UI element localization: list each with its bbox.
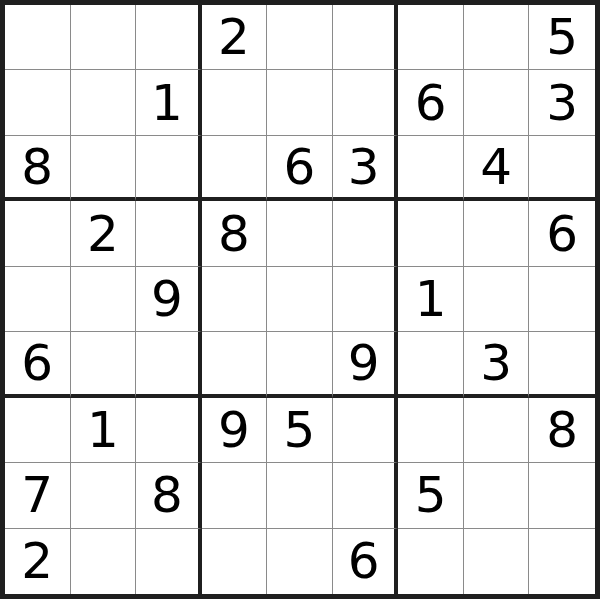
cell-r7c2: 1 <box>71 398 137 463</box>
cell-r3c8: 4 <box>464 136 530 201</box>
cell-r1c4: 2 <box>202 5 268 70</box>
cell-r3c3[interactable] <box>136 136 202 201</box>
cell-r9c3[interactable] <box>136 529 202 594</box>
cell-r3c5: 6 <box>267 136 333 201</box>
given-digit: 7 <box>21 470 53 520</box>
cell-r8c4[interactable] <box>202 463 268 528</box>
cell-r5c3: 9 <box>136 267 202 332</box>
cell-r3c1: 8 <box>5 136 71 201</box>
cell-r5c9[interactable] <box>529 267 595 332</box>
cell-r5c7: 1 <box>398 267 464 332</box>
cell-r5c6[interactable] <box>333 267 399 332</box>
given-digit: 2 <box>218 12 250 62</box>
cell-r2c2[interactable] <box>71 70 137 135</box>
cell-r3c7[interactable] <box>398 136 464 201</box>
given-digit: 5 <box>284 405 316 455</box>
cell-r2c1[interactable] <box>5 70 71 135</box>
cell-r6c4[interactable] <box>202 332 268 397</box>
sudoku-page: 25163863428691693195878526 <box>0 0 600 599</box>
given-digit: 9 <box>151 274 183 324</box>
cell-r8c8[interactable] <box>464 463 530 528</box>
cell-r7c8[interactable] <box>464 398 530 463</box>
cell-r1c1[interactable] <box>5 5 71 70</box>
cell-r1c3[interactable] <box>136 5 202 70</box>
cell-r5c1[interactable] <box>5 267 71 332</box>
given-digit: 3 <box>546 78 578 128</box>
cell-r6c5[interactable] <box>267 332 333 397</box>
cell-r3c4[interactable] <box>202 136 268 201</box>
cell-r5c5[interactable] <box>267 267 333 332</box>
cell-r8c3: 8 <box>136 463 202 528</box>
cell-r1c2[interactable] <box>71 5 137 70</box>
cell-r1c9: 5 <box>529 5 595 70</box>
given-digit: 6 <box>415 78 447 128</box>
cell-r8c9[interactable] <box>529 463 595 528</box>
cell-r4c2: 2 <box>71 201 137 266</box>
given-digit: 1 <box>151 78 183 128</box>
given-digit: 3 <box>480 338 512 388</box>
cell-r4c3[interactable] <box>136 201 202 266</box>
cell-r7c6[interactable] <box>333 398 399 463</box>
cell-r2c9: 3 <box>529 70 595 135</box>
cell-r6c6: 9 <box>333 332 399 397</box>
cell-r9c1: 2 <box>5 529 71 594</box>
cell-r5c4[interactable] <box>202 267 268 332</box>
cell-r1c8[interactable] <box>464 5 530 70</box>
cell-r9c4[interactable] <box>202 529 268 594</box>
cell-r8c2[interactable] <box>71 463 137 528</box>
cell-r9c6: 6 <box>333 529 399 594</box>
cell-r2c7: 6 <box>398 70 464 135</box>
cell-r4c5[interactable] <box>267 201 333 266</box>
cell-r6c7[interactable] <box>398 332 464 397</box>
sudoku-board: 25163863428691693195878526 <box>0 0 600 599</box>
cell-r2c6[interactable] <box>333 70 399 135</box>
cell-r1c5[interactable] <box>267 5 333 70</box>
cell-r9c2[interactable] <box>71 529 137 594</box>
given-digit: 8 <box>151 470 183 520</box>
cell-r3c6: 3 <box>333 136 399 201</box>
cell-r4c4: 8 <box>202 201 268 266</box>
given-digit: 1 <box>87 405 119 455</box>
cell-r4c1[interactable] <box>5 201 71 266</box>
cell-r9c5[interactable] <box>267 529 333 594</box>
cell-r8c7: 5 <box>398 463 464 528</box>
given-digit: 6 <box>546 209 578 259</box>
given-digit: 9 <box>348 338 380 388</box>
given-digit: 8 <box>546 405 578 455</box>
cell-r4c8[interactable] <box>464 201 530 266</box>
cell-r4c6[interactable] <box>333 201 399 266</box>
given-digit: 2 <box>87 209 119 259</box>
cell-r6c3[interactable] <box>136 332 202 397</box>
cell-r9c8[interactable] <box>464 529 530 594</box>
given-digit: 6 <box>348 536 380 586</box>
cell-r3c2[interactable] <box>71 136 137 201</box>
given-digit: 5 <box>415 470 447 520</box>
given-digit: 8 <box>218 209 250 259</box>
given-digit: 1 <box>415 274 447 324</box>
cell-r6c8: 3 <box>464 332 530 397</box>
cell-r2c8[interactable] <box>464 70 530 135</box>
cell-r9c7[interactable] <box>398 529 464 594</box>
cell-r3c9[interactable] <box>529 136 595 201</box>
cell-r2c4[interactable] <box>202 70 268 135</box>
cell-r4c9: 6 <box>529 201 595 266</box>
given-digit: 8 <box>21 142 53 192</box>
cell-r7c4: 9 <box>202 398 268 463</box>
cell-r9c9[interactable] <box>529 529 595 594</box>
cell-r6c1: 6 <box>5 332 71 397</box>
given-digit: 3 <box>348 142 380 192</box>
cell-r7c5: 5 <box>267 398 333 463</box>
cell-r1c7[interactable] <box>398 5 464 70</box>
cell-r7c1[interactable] <box>5 398 71 463</box>
cell-r8c5[interactable] <box>267 463 333 528</box>
given-digit: 6 <box>21 338 53 388</box>
given-digit: 2 <box>21 536 53 586</box>
cell-r7c7[interactable] <box>398 398 464 463</box>
cell-r2c5[interactable] <box>267 70 333 135</box>
cell-r5c8[interactable] <box>464 267 530 332</box>
cell-r6c9[interactable] <box>529 332 595 397</box>
cell-r4c7[interactable] <box>398 201 464 266</box>
given-digit: 9 <box>218 405 250 455</box>
cell-r1c6[interactable] <box>333 5 399 70</box>
cell-r2c3: 1 <box>136 70 202 135</box>
given-digit: 6 <box>284 142 316 192</box>
cell-r7c9: 8 <box>529 398 595 463</box>
cell-r8c1: 7 <box>5 463 71 528</box>
cell-r8c6[interactable] <box>333 463 399 528</box>
given-digit: 4 <box>480 142 512 192</box>
given-digit: 5 <box>546 12 578 62</box>
cell-r5c2[interactable] <box>71 267 137 332</box>
cell-r7c3[interactable] <box>136 398 202 463</box>
cell-r6c2[interactable] <box>71 332 137 397</box>
